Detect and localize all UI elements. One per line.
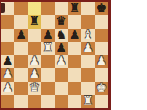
square-e7[interactable]: ♛: [55, 15, 68, 28]
square-g1[interactable]: ♜: [81, 95, 94, 108]
square-d7[interactable]: [41, 15, 54, 28]
square-g3[interactable]: [81, 68, 94, 81]
square-h2[interactable]: ♚: [95, 82, 108, 95]
chess-board[interactable]: ♜♚♜♛♟♟♞♟♝♜♟♟♟♟♟♟♟♟♟♛♚♜: [1, 2, 108, 108]
square-b5[interactable]: [14, 42, 27, 55]
square-f3[interactable]: [68, 68, 81, 81]
square-h6[interactable]: [95, 29, 108, 42]
square-b6[interactable]: ♟: [14, 29, 27, 42]
square-f4[interactable]: [68, 55, 81, 68]
piece-white-pawn-g5[interactable]: ♟: [83, 41, 94, 54]
square-h8[interactable]: ♚: [95, 2, 108, 15]
piece-black-rook-f8[interactable]: ♜: [69, 2, 80, 15]
square-f1[interactable]: [68, 95, 81, 108]
square-e5[interactable]: ♟: [55, 42, 68, 55]
square-g5[interactable]: ♟: [81, 42, 94, 55]
square-c2[interactable]: ♛: [28, 82, 41, 95]
square-d8[interactable]: [41, 2, 54, 15]
square-d1[interactable]: [41, 95, 54, 108]
square-a5[interactable]: [1, 42, 14, 55]
square-h7[interactable]: [95, 15, 108, 28]
piece-white-pawn-e4[interactable]: ♟: [56, 55, 67, 68]
piece-black-queen-e7[interactable]: ♛: [56, 15, 67, 28]
square-h3[interactable]: [95, 68, 108, 81]
square-g7[interactable]: [81, 15, 94, 28]
square-a3[interactable]: ♟: [1, 68, 14, 81]
square-g8[interactable]: [81, 2, 94, 15]
square-a4[interactable]: ♟: [1, 55, 14, 68]
piece-white-pawn-h4[interactable]: ♟: [96, 55, 107, 68]
square-a1[interactable]: [1, 95, 14, 108]
square-e3[interactable]: [55, 68, 68, 81]
square-f8[interactable]: ♜: [68, 2, 81, 15]
square-d2[interactable]: [41, 82, 54, 95]
square-b2[interactable]: [14, 82, 27, 95]
square-e2[interactable]: [55, 82, 68, 95]
square-c3[interactable]: ♟: [28, 68, 41, 81]
square-d5[interactable]: ♜: [41, 42, 54, 55]
clipped-coordinate-mark: [1, 3, 5, 13]
square-d4[interactable]: [41, 55, 54, 68]
piece-black-knight-e6[interactable]: ♞: [56, 28, 67, 41]
square-f6[interactable]: ♟: [68, 29, 81, 42]
square-f7[interactable]: [68, 15, 81, 28]
piece-white-rook-g1[interactable]: ♜: [83, 94, 94, 107]
square-d6[interactable]: ♟: [41, 29, 54, 42]
square-h1[interactable]: [95, 95, 108, 108]
piece-white-pawn-c3[interactable]: ♟: [29, 68, 40, 81]
square-e8[interactable]: [55, 2, 68, 15]
square-h5[interactable]: [95, 42, 108, 55]
square-b1[interactable]: [14, 95, 27, 108]
square-b3[interactable]: [14, 68, 27, 81]
square-b8[interactable]: [14, 2, 27, 15]
square-g4[interactable]: [81, 55, 94, 68]
piece-black-pawn-e5[interactable]: ♟: [56, 41, 67, 54]
square-b7[interactable]: [14, 15, 27, 28]
piece-white-bishop-g6[interactable]: ♝: [83, 28, 94, 41]
piece-white-pawn-c4[interactable]: ♟: [29, 55, 40, 68]
piece-black-pawn-b6[interactable]: ♟: [16, 28, 27, 41]
square-c8[interactable]: [28, 2, 41, 15]
piece-black-pawn-f6[interactable]: ♟: [69, 28, 80, 41]
square-h4[interactable]: ♟: [95, 55, 108, 68]
piece-black-pawn-a4[interactable]: ♟: [2, 55, 13, 68]
square-c6[interactable]: [28, 29, 41, 42]
square-g2[interactable]: [81, 82, 94, 95]
piece-white-rook-d5[interactable]: ♜: [42, 41, 53, 54]
square-f5[interactable]: [68, 42, 81, 55]
square-a2[interactable]: ♟: [1, 82, 14, 95]
square-a6[interactable]: [1, 29, 14, 42]
chess-board-frame: ♜♚♜♛♟♟♞♟♝♜♟♟♟♟♟♟♟♟♟♛♚♜: [0, 0, 111, 110]
square-c5[interactable]: [28, 42, 41, 55]
square-e6[interactable]: ♞: [55, 29, 68, 42]
piece-black-king-h8[interactable]: ♚: [96, 2, 107, 15]
square-c1[interactable]: [28, 95, 41, 108]
piece-white-queen-c2[interactable]: ♛: [29, 81, 40, 94]
piece-black-rook-c7[interactable]: ♜: [29, 15, 40, 28]
square-c4[interactable]: ♟: [28, 55, 41, 68]
square-g6[interactable]: ♝: [81, 29, 94, 42]
square-b4[interactable]: [14, 55, 27, 68]
piece-white-pawn-a3[interactable]: ♟: [2, 68, 13, 81]
square-e1[interactable]: [55, 95, 68, 108]
square-a7[interactable]: [1, 15, 14, 28]
square-f2[interactable]: [68, 82, 81, 95]
square-c7[interactable]: ♜: [28, 15, 41, 28]
piece-white-pawn-a2[interactable]: ♟: [2, 81, 13, 94]
square-e4[interactable]: ♟: [55, 55, 68, 68]
piece-black-pawn-d6[interactable]: ♟: [42, 28, 53, 41]
piece-white-king-h2[interactable]: ♚: [96, 81, 107, 94]
square-d3[interactable]: [41, 68, 54, 81]
